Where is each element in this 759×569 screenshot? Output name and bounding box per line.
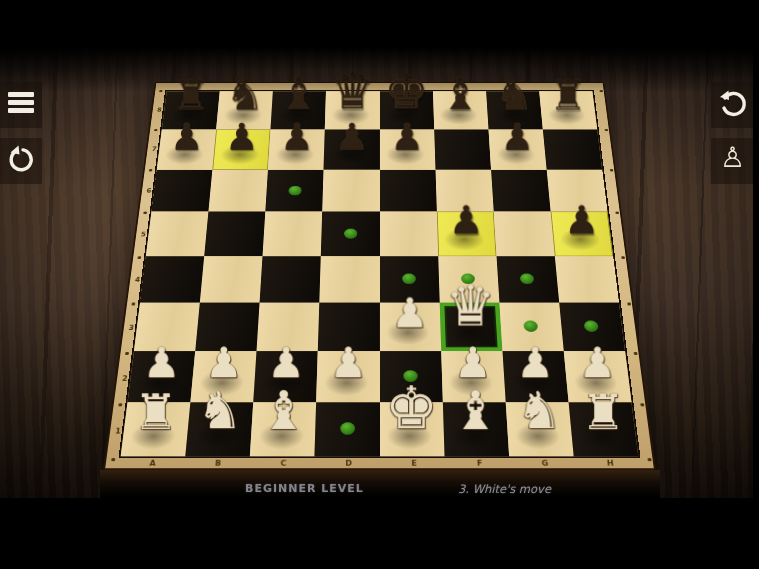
square-f7[interactable] [434, 130, 491, 170]
frame-screw [640, 403, 644, 406]
board-squares-grid[interactable]: ♜♞♝♛♚♝♞♜♟♟♟♟♟♟♟♟♟♛♟♟♟♟♟♟♟♜♞♝♚♝♞♜ [121, 91, 639, 456]
square-h7[interactable] [543, 130, 602, 170]
rank-label-8: 8 [155, 107, 164, 112]
file-label-H: H [600, 460, 621, 468]
frame-screw [125, 352, 129, 355]
square-c7[interactable]: ♟ [268, 130, 325, 170]
square-d5[interactable] [321, 212, 379, 256]
difficulty-level-label: BEGINNER LEVEL [245, 482, 364, 495]
square-e3[interactable]: ♟ [380, 302, 441, 351]
piece-white-pawn-d2[interactable]: ♟ [329, 344, 367, 383]
frame-screw [627, 303, 631, 306]
square-b7[interactable]: ♟ [212, 130, 270, 170]
square-e6[interactable] [380, 170, 437, 212]
square-g5[interactable] [494, 212, 555, 256]
square-c6[interactable] [265, 170, 323, 212]
legal-move-dot-d5[interactable] [344, 229, 357, 239]
square-f8[interactable]: ♝ [433, 91, 489, 129]
undo-move-button[interactable] [711, 82, 753, 128]
piece-white-bishop-c1[interactable]: ♝ [260, 387, 308, 436]
rank-label-7: 7 [150, 147, 159, 153]
square-b1[interactable]: ♞ [185, 402, 253, 456]
chessboard-3d: ♜♞♝♛♚♝♞♜♟♟♟♟♟♟♟♟♟♛♟♟♟♟♟♟♟♜♞♝♚♝♞♜ ABCDEFG… [103, 82, 656, 470]
square-h5[interactable]: ♟ [551, 212, 614, 256]
pawn-outline-icon: ♙ [720, 144, 745, 172]
rank-label-2: 2 [120, 375, 130, 382]
move-indicator-label: 3. White's move [458, 482, 551, 496]
file-label-G: G [535, 460, 556, 468]
frame-screw [111, 458, 115, 461]
file-label-A: A [142, 460, 163, 468]
square-d4[interactable] [320, 256, 380, 302]
chess-app-screen: ♜♞♝♛♚♝♞♜♟♟♟♟♟♟♟♟♟♛♟♟♟♟♟♟♟♜♞♝♚♝♞♜ ABCDEFG… [0, 0, 759, 569]
square-d6[interactable] [322, 170, 379, 212]
frame-screw [149, 169, 153, 172]
piece-white-pawn-a2[interactable]: ♟ [142, 344, 180, 383]
square-h8[interactable]: ♜ [539, 91, 597, 129]
legal-move-dot-g4[interactable] [520, 274, 534, 285]
rotate-board-icon [6, 145, 36, 175]
frame-screw [118, 403, 122, 406]
frame-screw [610, 169, 614, 172]
piece-black-pawn-a7[interactable]: ♟ [170, 120, 203, 154]
frame-screw [605, 129, 609, 131]
square-f5[interactable]: ♟ [437, 212, 497, 256]
piece-black-pawn-e7[interactable]: ♟ [390, 120, 423, 154]
legal-move-dot-c6[interactable] [288, 186, 301, 196]
square-g6[interactable] [491, 170, 551, 212]
piece-white-knight-g1[interactable]: ♞ [517, 388, 563, 435]
board-front-face: BEGINNER LEVEL 3. White's move [100, 470, 660, 498]
piece-white-pawn-g2[interactable]: ♟ [517, 344, 555, 383]
file-label-C: C [273, 460, 293, 468]
square-f1[interactable]: ♝ [442, 402, 508, 456]
rank-label-1: 1 [113, 428, 124, 435]
square-a1[interactable]: ♜ [121, 402, 191, 456]
square-e7[interactable]: ♟ [380, 130, 436, 170]
file-label-D: D [339, 460, 359, 468]
file-label-F: F [469, 460, 489, 468]
file-label-B: B [208, 460, 229, 468]
top-letterbox-bar [0, 0, 759, 92]
square-a5[interactable] [146, 212, 209, 256]
square-c4[interactable] [260, 256, 321, 302]
piece-black-pawn-g7[interactable]: ♟ [501, 120, 534, 154]
legal-move-dot-g3[interactable] [524, 321, 539, 332]
piece-white-knight-b1[interactable]: ♞ [196, 388, 242, 435]
square-e1[interactable]: ♚ [380, 402, 445, 456]
piece-white-pawn-c2[interactable]: ♟ [267, 344, 305, 383]
square-c5[interactable] [263, 212, 323, 256]
square-d7[interactable]: ♟ [324, 130, 380, 170]
piece-white-rook-h1[interactable]: ♜ [582, 390, 626, 435]
undo-move-icon [717, 88, 747, 118]
piece-white-rook-a1[interactable]: ♜ [133, 390, 177, 435]
square-a4[interactable] [140, 256, 204, 302]
square-b5[interactable] [204, 212, 265, 256]
piece-white-queen-f3[interactable]: ♛ [446, 281, 496, 333]
rank-label-6: 6 [144, 188, 153, 194]
square-e5[interactable] [380, 212, 438, 256]
frame-screw [621, 256, 625, 259]
frame-screw [143, 211, 147, 214]
square-d1[interactable] [315, 402, 380, 456]
piece-black-pawn-d7[interactable]: ♟ [335, 120, 368, 154]
legal-move-dot-d1[interactable] [340, 423, 355, 435]
square-g1[interactable]: ♞ [505, 402, 573, 456]
menu-button[interactable] [0, 82, 42, 128]
piece-white-pawn-f2[interactable]: ♟ [454, 344, 492, 383]
rank-label-4: 4 [132, 277, 142, 283]
legal-move-dot-e4[interactable] [402, 274, 416, 285]
piece-white-bishop-f1[interactable]: ♝ [452, 387, 500, 436]
frame-screw [634, 352, 638, 355]
square-c1[interactable]: ♝ [250, 402, 316, 456]
square-b4[interactable] [200, 256, 263, 302]
rank-label-3: 3 [126, 325, 136, 332]
piece-black-pawn-c7[interactable]: ♟ [280, 120, 313, 154]
piece-white-pawn-h2[interactable]: ♟ [579, 344, 617, 383]
rank-label-5: 5 [138, 231, 148, 237]
bottom-letterbox-bar [0, 498, 759, 569]
square-a7[interactable]: ♟ [157, 130, 216, 170]
piece-hint-button[interactable]: ♙ [711, 138, 753, 184]
piece-black-pawn-b7[interactable]: ♟ [225, 120, 258, 154]
square-a6[interactable] [151, 170, 212, 212]
right-letterbox-bar [753, 0, 759, 569]
square-g4[interactable] [496, 256, 559, 302]
piece-black-pawn-f5[interactable]: ♟ [449, 203, 484, 239]
square-h4[interactable] [555, 256, 619, 302]
legal-move-dot-h3[interactable] [584, 321, 599, 332]
frame-screw [615, 211, 619, 214]
piece-white-pawn-b2[interactable]: ♟ [205, 344, 243, 383]
frame-screw [131, 303, 135, 306]
file-label-E: E [404, 460, 424, 468]
rotate-board-button[interactable] [0, 138, 42, 184]
square-h1[interactable]: ♜ [568, 402, 638, 456]
board-frame: ♜♞♝♛♚♝♞♜♟♟♟♟♟♟♟♟♟♛♟♟♟♟♟♟♟♜♞♝♚♝♞♜ ABCDEFG… [103, 82, 656, 470]
piece-white-king-e1[interactable]: ♚ [385, 381, 438, 435]
square-d2[interactable]: ♟ [317, 351, 380, 402]
piece-white-pawn-e3[interactable]: ♟ [391, 294, 428, 332]
frame-screw [647, 458, 651, 461]
piece-black-pawn-h5[interactable]: ♟ [564, 203, 599, 239]
square-g7[interactable]: ♟ [488, 130, 546, 170]
frame-screw [154, 129, 158, 131]
square-b6[interactable] [208, 170, 268, 212]
frame-screw [137, 256, 141, 259]
